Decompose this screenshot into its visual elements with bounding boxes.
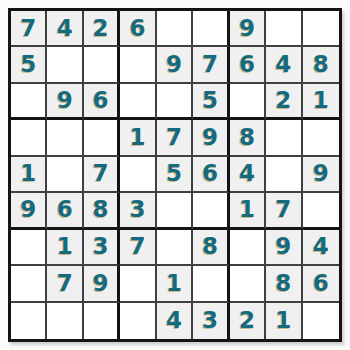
cell-r9c7[interactable]: 2: [230, 303, 266, 339]
cell-r5c8[interactable]: [266, 157, 302, 193]
cell-r5c6[interactable]: 6: [193, 157, 229, 193]
cell-r5c4[interactable]: [120, 157, 156, 193]
cell-r3c3[interactable]: 6: [84, 84, 120, 120]
cell-r6c2[interactable]: 6: [47, 193, 83, 229]
cell-r5c2[interactable]: [47, 157, 83, 193]
cell-r9c6[interactable]: 3: [193, 303, 229, 339]
cell-r5c1[interactable]: 1: [11, 157, 47, 193]
cell-r7c2[interactable]: 1: [47, 230, 83, 266]
cell-r2c7[interactable]: 6: [230, 47, 266, 83]
cell-r1c8[interactable]: [266, 11, 302, 47]
cell-r9c4[interactable]: [120, 303, 156, 339]
cell-r2c5[interactable]: 9: [157, 47, 193, 83]
cell-r4c5[interactable]: 7: [157, 120, 193, 156]
cell-r4c3[interactable]: [84, 120, 120, 156]
cell-r4c7[interactable]: 8: [230, 120, 266, 156]
cell-r1c7[interactable]: 9: [230, 11, 266, 47]
cell-r8c7[interactable]: [230, 266, 266, 302]
cell-r4c9[interactable]: [303, 120, 339, 156]
cell-r9c2[interactable]: [47, 303, 83, 339]
cell-r4c2[interactable]: [47, 120, 83, 156]
cell-r7c9[interactable]: 4: [303, 230, 339, 266]
cell-r7c1[interactable]: [11, 230, 47, 266]
cell-r2c1[interactable]: 5: [11, 47, 47, 83]
cell-r2c9[interactable]: 8: [303, 47, 339, 83]
cell-r3c4[interactable]: [120, 84, 156, 120]
cell-r8c6[interactable]: [193, 266, 229, 302]
cell-r1c4[interactable]: 6: [120, 11, 156, 47]
cell-r8c4[interactable]: [120, 266, 156, 302]
cell-r9c9[interactable]: [303, 303, 339, 339]
cell-r8c5[interactable]: 1: [157, 266, 193, 302]
cell-r4c8[interactable]: [266, 120, 302, 156]
cell-r2c4[interactable]: [120, 47, 156, 83]
cell-r8c8[interactable]: 8: [266, 266, 302, 302]
cell-r7c7[interactable]: [230, 230, 266, 266]
cell-r6c1[interactable]: 9: [11, 193, 47, 229]
cell-r9c5[interactable]: 4: [157, 303, 193, 339]
cell-r3c7[interactable]: [230, 84, 266, 120]
cell-r9c8[interactable]: 1: [266, 303, 302, 339]
cell-r6c6[interactable]: [193, 193, 229, 229]
cell-r1c6[interactable]: [193, 11, 229, 47]
cell-r4c1[interactable]: [11, 120, 47, 156]
cell-r1c2[interactable]: 4: [47, 11, 83, 47]
cell-r6c9[interactable]: [303, 193, 339, 229]
cell-r2c6[interactable]: 7: [193, 47, 229, 83]
cell-r7c4[interactable]: 7: [120, 230, 156, 266]
cell-r1c9[interactable]: [303, 11, 339, 47]
cell-r3c1[interactable]: [11, 84, 47, 120]
cell-r3c8[interactable]: 2: [266, 84, 302, 120]
cell-r9c1[interactable]: [11, 303, 47, 339]
page: { "game": "sudoku", "position": "7426..9…: [0, 0, 350, 350]
cell-r6c5[interactable]: [157, 193, 193, 229]
cell-r4c6[interactable]: 9: [193, 120, 229, 156]
cell-r4c4[interactable]: 1: [120, 120, 156, 156]
cell-r8c3[interactable]: 9: [84, 266, 120, 302]
cell-r3c2[interactable]: 9: [47, 84, 83, 120]
cell-r5c5[interactable]: 5: [157, 157, 193, 193]
cell-r5c7[interactable]: 4: [230, 157, 266, 193]
cell-r3c6[interactable]: 5: [193, 84, 229, 120]
cell-r8c2[interactable]: 7: [47, 266, 83, 302]
cell-r7c3[interactable]: 3: [84, 230, 120, 266]
cell-r2c2[interactable]: [47, 47, 83, 83]
cell-r8c9[interactable]: 6: [303, 266, 339, 302]
cell-r9c3[interactable]: [84, 303, 120, 339]
cell-r1c3[interactable]: 2: [84, 11, 120, 47]
cell-r7c5[interactable]: [157, 230, 193, 266]
cell-r6c3[interactable]: 8: [84, 193, 120, 229]
cell-r1c1[interactable]: 7: [11, 11, 47, 47]
cell-r8c1[interactable]: [11, 266, 47, 302]
cell-r5c3[interactable]: 7: [84, 157, 120, 193]
cell-r3c5[interactable]: [157, 84, 193, 120]
cell-r6c7[interactable]: 1: [230, 193, 266, 229]
sudoku-board: 7426959764896521179817564996831713789479…: [8, 8, 342, 342]
cell-r6c8[interactable]: 7: [266, 193, 302, 229]
cell-r2c3[interactable]: [84, 47, 120, 83]
cell-r7c8[interactable]: 9: [266, 230, 302, 266]
cell-r1c5[interactable]: [157, 11, 193, 47]
cell-r6c4[interactable]: 3: [120, 193, 156, 229]
cell-r5c9[interactable]: 9: [303, 157, 339, 193]
cell-r3c9[interactable]: 1: [303, 84, 339, 120]
cell-r2c8[interactable]: 4: [266, 47, 302, 83]
cell-r7c6[interactable]: 8: [193, 230, 229, 266]
